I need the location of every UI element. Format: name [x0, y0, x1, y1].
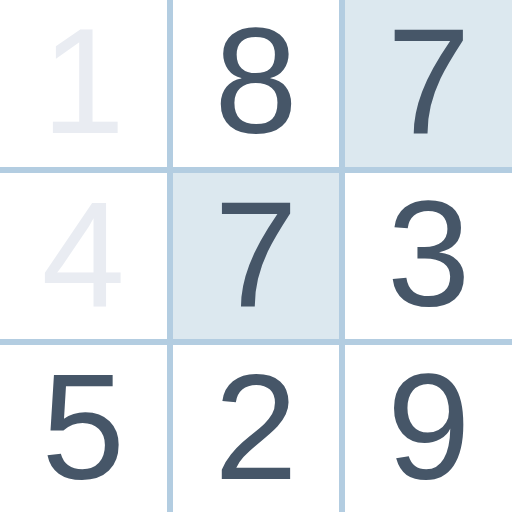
sudoku-cell-r1c1[interactable]: 7: [173, 173, 340, 340]
sudoku-cell-r1c2[interactable]: 3: [345, 173, 512, 340]
sudoku-cell-r0c1[interactable]: 8: [173, 0, 340, 167]
cell-digit: 2: [214, 352, 297, 502]
sudoku-cell-r2c1[interactable]: 2: [173, 345, 340, 512]
sudoku-board: 1 8 7 4 7 3 5 2 9: [0, 0, 512, 512]
cell-digit: 1: [42, 6, 125, 156]
cell-digit: 9: [387, 352, 470, 502]
sudoku-cell-r0c0[interactable]: 1: [0, 0, 167, 167]
cell-digit: 3: [387, 179, 470, 329]
sudoku-cell-r2c0[interactable]: 5: [0, 345, 167, 512]
sudoku-cell-r0c2[interactable]: 7: [345, 0, 512, 167]
sudoku-cell-r2c2[interactable]: 9: [345, 345, 512, 512]
cell-digit: 7: [214, 179, 297, 329]
sudoku-cell-r1c0[interactable]: 4: [0, 173, 167, 340]
cell-digit: 4: [42, 179, 125, 329]
cell-digit: 8: [214, 6, 297, 156]
cell-digit: 5: [42, 352, 125, 502]
cell-digit: 7: [387, 6, 470, 156]
